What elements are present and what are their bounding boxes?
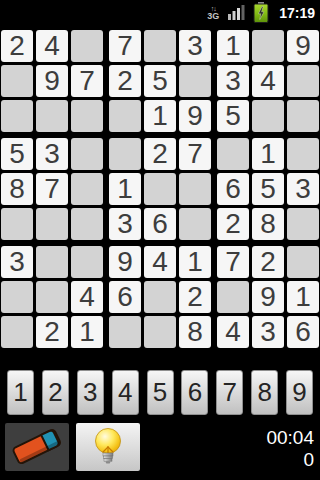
cell-r9c6[interactable]: 8	[179, 316, 211, 348]
box-0-0: 2497	[1, 30, 103, 132]
cell-r2c4[interactable]: 2	[109, 65, 141, 97]
numpad-button-1[interactable]: 1	[7, 370, 34, 415]
cell-r5c9[interactable]: 3	[287, 173, 319, 205]
cell-r4c2[interactable]: 3	[36, 138, 68, 170]
battery-charging-icon	[253, 2, 269, 23]
cell-r7c2[interactable]	[36, 246, 68, 278]
cell-r1c6[interactable]: 3	[179, 30, 211, 62]
cell-r8c7[interactable]	[217, 281, 249, 313]
cell-r4c9[interactable]	[287, 138, 319, 170]
cell-r3c5[interactable]: 1	[144, 100, 176, 132]
box-2-0: 3421	[1, 246, 103, 348]
numpad-button-8[interactable]: 8	[251, 370, 278, 415]
cell-r4c8[interactable]: 1	[252, 138, 284, 170]
cell-r7c9[interactable]	[287, 246, 319, 278]
box-2-2: 7291436	[217, 246, 319, 348]
cell-r9c4[interactable]	[109, 316, 141, 348]
cell-r6c7[interactable]: 2	[217, 208, 249, 240]
cell-r2c8[interactable]: 4	[252, 65, 284, 97]
cell-r3c3[interactable]	[71, 100, 103, 132]
cell-r9c2[interactable]: 2	[36, 316, 68, 348]
cell-r4c3[interactable]	[71, 138, 103, 170]
cell-r7c8[interactable]: 2	[252, 246, 284, 278]
cell-r4c5[interactable]: 2	[144, 138, 176, 170]
cell-r6c1[interactable]	[1, 208, 33, 240]
lightbulb-icon	[88, 426, 128, 468]
hint-button[interactable]	[76, 423, 140, 471]
cell-r3c8[interactable]	[252, 100, 284, 132]
box-1-1: 27136	[109, 138, 211, 240]
cell-r4c6[interactable]: 7	[179, 138, 211, 170]
numpad-button-4[interactable]: 4	[112, 370, 139, 415]
cell-r8c2[interactable]	[36, 281, 68, 313]
cell-r5c2[interactable]: 7	[36, 173, 68, 205]
cell-r4c4[interactable]	[109, 138, 141, 170]
cell-r7c5[interactable]: 4	[144, 246, 176, 278]
cell-r1c9[interactable]: 9	[287, 30, 319, 62]
cell-r1c2[interactable]: 4	[36, 30, 68, 62]
cell-r2c9[interactable]	[287, 65, 319, 97]
cell-r8c6[interactable]: 2	[179, 281, 211, 313]
box-0-2: 19345	[217, 30, 319, 132]
numpad-button-3[interactable]: 3	[77, 370, 104, 415]
status-bar: ↑↓ 3G 17:19	[0, 0, 320, 25]
cell-r1c8[interactable]	[252, 30, 284, 62]
cell-r3c2[interactable]	[36, 100, 68, 132]
numpad-button-2[interactable]: 2	[42, 370, 69, 415]
cell-r6c9[interactable]	[287, 208, 319, 240]
box-1-0: 5387	[1, 138, 103, 240]
cell-r6c4[interactable]: 3	[109, 208, 141, 240]
cell-r2c3[interactable]: 7	[71, 65, 103, 97]
cell-r5c8[interactable]: 5	[252, 173, 284, 205]
cell-r5c1[interactable]: 8	[1, 173, 33, 205]
cell-r1c7[interactable]: 1	[217, 30, 249, 62]
cell-r8c5[interactable]	[144, 281, 176, 313]
cell-r9c8[interactable]: 3	[252, 316, 284, 348]
cell-r8c8[interactable]: 9	[252, 281, 284, 313]
eraser-icon	[7, 425, 67, 469]
cell-r6c8[interactable]: 8	[252, 208, 284, 240]
cell-r5c5[interactable]	[144, 173, 176, 205]
cell-r3c9[interactable]	[287, 100, 319, 132]
timer: 00:04	[266, 427, 314, 449]
network-type-label: 3G	[207, 12, 219, 21]
cell-r4c1[interactable]: 5	[1, 138, 33, 170]
cell-r7c1[interactable]: 3	[1, 246, 33, 278]
cell-r1c4[interactable]: 7	[109, 30, 141, 62]
cell-r2c1[interactable]	[1, 65, 33, 97]
cell-r8c1[interactable]	[1, 281, 33, 313]
cell-r1c5[interactable]	[144, 30, 176, 62]
cell-r7c3[interactable]	[71, 246, 103, 278]
cell-r3c1[interactable]	[1, 100, 33, 132]
cell-r9c1[interactable]	[1, 316, 33, 348]
numpad-button-6[interactable]: 6	[181, 370, 208, 415]
cell-r3c4[interactable]	[109, 100, 141, 132]
cell-r2c5[interactable]: 5	[144, 65, 176, 97]
toolbar	[5, 423, 140, 471]
game-stats: 00:04 0	[266, 427, 314, 472]
cell-r6c2[interactable]	[36, 208, 68, 240]
phone-screen: ↑↓ 3G 17:19 2497732519193455387271361653…	[0, 0, 320, 480]
cell-r3c6[interactable]: 9	[179, 100, 211, 132]
box-2-1: 941628	[109, 246, 211, 348]
numpad-button-5[interactable]: 5	[147, 370, 174, 415]
cell-r9c9[interactable]: 6	[287, 316, 319, 348]
numpad-button-7[interactable]: 7	[216, 370, 243, 415]
cell-r5c4[interactable]: 1	[109, 173, 141, 205]
cell-r1c1[interactable]: 2	[1, 30, 33, 62]
cell-r6c6[interactable]	[179, 208, 211, 240]
cell-r5c3[interactable]	[71, 173, 103, 205]
cell-r6c3[interactable]	[71, 208, 103, 240]
cell-r6c5[interactable]: 6	[144, 208, 176, 240]
cell-r7c6[interactable]: 1	[179, 246, 211, 278]
box-1-2: 165328	[217, 138, 319, 240]
cell-r9c5[interactable]	[144, 316, 176, 348]
network-3g-icon: ↑↓ 3G	[207, 5, 219, 21]
cell-r4c7[interactable]	[217, 138, 249, 170]
cell-r3c7[interactable]: 5	[217, 100, 249, 132]
cell-r2c2[interactable]: 9	[36, 65, 68, 97]
cell-r9c7[interactable]: 4	[217, 316, 249, 348]
cell-r9c3[interactable]: 1	[71, 316, 103, 348]
hint-counter: 0	[266, 449, 314, 471]
cell-r8c9[interactable]: 1	[287, 281, 319, 313]
signal-strength-icon	[227, 4, 245, 21]
number-pad: 123456789	[0, 370, 320, 415]
eraser-button[interactable]	[5, 423, 69, 471]
clock: 17:19	[279, 5, 315, 21]
cell-r8c4[interactable]: 6	[109, 281, 141, 313]
cell-r5c7[interactable]: 6	[217, 173, 249, 205]
cell-r7c4[interactable]: 9	[109, 246, 141, 278]
cell-r8c3[interactable]: 4	[71, 281, 103, 313]
cell-r2c7[interactable]: 3	[217, 65, 249, 97]
cell-r1c3[interactable]	[71, 30, 103, 62]
cell-r5c6[interactable]	[179, 173, 211, 205]
cell-r2c6[interactable]	[179, 65, 211, 97]
numpad-button-9[interactable]: 9	[286, 370, 313, 415]
box-0-1: 732519	[109, 30, 211, 132]
cell-r7c7[interactable]: 7	[217, 246, 249, 278]
sudoku-board: 2497732519193455387271361653283421941628…	[1, 30, 319, 348]
